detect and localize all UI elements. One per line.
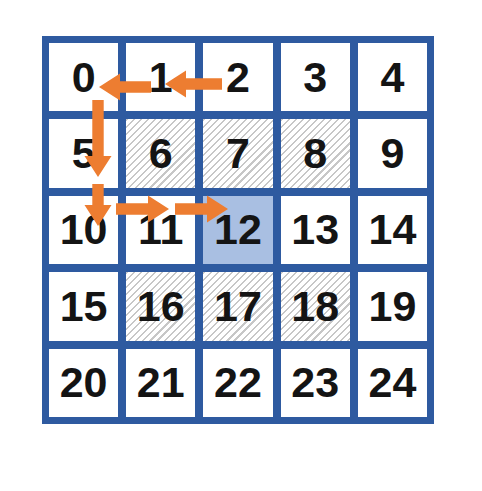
cell-23: 23 xyxy=(278,346,353,420)
cell-2-number: 2 xyxy=(226,56,250,99)
cell-22: 22 xyxy=(200,346,275,420)
cell-6: 6 xyxy=(123,116,198,190)
cell-16: 16 xyxy=(123,269,198,343)
cell-16-number: 16 xyxy=(137,285,185,328)
cell-11-number: 11 xyxy=(138,208,183,251)
cell-24-number: 24 xyxy=(368,361,416,404)
cell-13-number: 13 xyxy=(291,208,339,251)
cell-18-number: 18 xyxy=(291,285,339,328)
cell-9-number: 9 xyxy=(380,132,404,175)
figure-canvas: 0123456789101112131415161718192021222324 xyxy=(0,0,482,491)
cell-19-number: 19 xyxy=(368,285,416,328)
cell-3-number: 3 xyxy=(303,56,327,99)
cell-15: 15 xyxy=(46,269,121,343)
cell-18: 18 xyxy=(278,269,353,343)
cell-7: 7 xyxy=(200,116,275,190)
cell-1: 1 xyxy=(123,40,198,114)
cell-20-number: 20 xyxy=(60,361,108,404)
cell-12-number: 12 xyxy=(214,208,262,251)
cell-9: 9 xyxy=(355,116,430,190)
cell-4: 4 xyxy=(355,40,430,114)
cell-20: 20 xyxy=(46,346,121,420)
cell-8: 8 xyxy=(278,116,353,190)
cell-21: 21 xyxy=(123,346,198,420)
cell-22-number: 22 xyxy=(214,361,262,404)
grid-board: 0123456789101112131415161718192021222324 xyxy=(42,36,434,424)
cell-10-number: 10 xyxy=(60,208,108,251)
cell-19: 19 xyxy=(355,269,430,343)
cell-23-number: 23 xyxy=(291,361,339,404)
cell-15-number: 15 xyxy=(60,285,108,328)
cell-2: 2 xyxy=(200,40,275,114)
cell-11: 11 xyxy=(123,193,198,267)
cell-12: 12 xyxy=(200,193,275,267)
cell-8-number: 8 xyxy=(303,132,327,175)
cell-14-number: 14 xyxy=(368,208,416,251)
cell-10: 10 xyxy=(46,193,121,267)
cell-7-number: 7 xyxy=(226,132,250,175)
cell-17-number: 17 xyxy=(214,285,262,328)
cell-24: 24 xyxy=(355,346,430,420)
cell-5: 5 xyxy=(46,116,121,190)
cell-1-number: 1 xyxy=(149,56,173,99)
cell-17: 17 xyxy=(200,269,275,343)
cell-14: 14 xyxy=(355,193,430,267)
cell-0-number: 0 xyxy=(72,56,96,99)
cell-0: 0 xyxy=(46,40,121,114)
cell-6-number: 6 xyxy=(149,132,173,175)
cell-5-number: 5 xyxy=(72,132,96,175)
cell-13: 13 xyxy=(278,193,353,267)
cell-21-number: 21 xyxy=(137,361,185,404)
cell-4-number: 4 xyxy=(380,56,404,99)
cell-3: 3 xyxy=(278,40,353,114)
